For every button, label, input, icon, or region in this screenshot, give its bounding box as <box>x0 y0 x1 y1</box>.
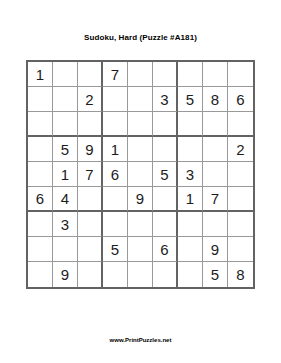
cell-r8c3[interactable] <box>78 237 103 262</box>
cell-r8c4[interactable]: 5 <box>103 237 128 262</box>
cell-r1c9[interactable] <box>228 62 253 87</box>
cell-r2c6[interactable]: 3 <box>153 87 178 112</box>
cell-r2c1[interactable] <box>28 87 53 112</box>
cell-r6c3[interactable] <box>78 187 103 212</box>
cell-r7c6[interactable] <box>153 212 178 237</box>
cell-r9c7[interactable] <box>178 262 203 287</box>
cell-r5c7[interactable]: 3 <box>178 162 203 187</box>
cell-r6c9[interactable] <box>228 187 253 212</box>
cell-r4c1[interactable] <box>28 137 53 162</box>
cell-r7c2[interactable]: 3 <box>53 212 78 237</box>
cell-r2c5[interactable] <box>128 87 153 112</box>
cell-r4c6[interactable] <box>153 137 178 162</box>
cell-r9c8[interactable]: 5 <box>203 262 228 287</box>
cell-r1c8[interactable] <box>203 62 228 87</box>
cell-r3c9[interactable] <box>228 112 253 137</box>
cell-r3c7[interactable] <box>178 112 203 137</box>
cell-r5c4[interactable]: 6 <box>103 162 128 187</box>
cell-r7c9[interactable] <box>228 212 253 237</box>
cell-r6c1[interactable]: 6 <box>28 187 53 212</box>
cell-r4c9[interactable]: 2 <box>228 137 253 162</box>
cell-r5c8[interactable] <box>203 162 228 187</box>
cell-r9c2[interactable]: 9 <box>53 262 78 287</box>
cell-r8c2[interactable] <box>53 237 78 262</box>
cell-r9c3[interactable] <box>78 262 103 287</box>
cell-r9c1[interactable] <box>28 262 53 287</box>
cell-r2c2[interactable] <box>53 87 78 112</box>
cell-r5c9[interactable] <box>228 162 253 187</box>
cell-r6c8[interactable]: 7 <box>203 187 228 212</box>
cell-r9c9[interactable]: 8 <box>228 262 253 287</box>
cell-r1c5[interactable] <box>128 62 153 87</box>
cell-r3c6[interactable] <box>153 112 178 137</box>
cell-r9c5[interactable] <box>128 262 153 287</box>
cell-r9c6[interactable] <box>153 262 178 287</box>
cell-r4c2[interactable]: 5 <box>53 137 78 162</box>
cell-r1c1[interactable]: 1 <box>28 62 53 87</box>
cell-r2c7[interactable]: 5 <box>178 87 203 112</box>
cell-r8c5[interactable] <box>128 237 153 262</box>
cell-r1c2[interactable] <box>53 62 78 87</box>
cell-r7c4[interactable] <box>103 212 128 237</box>
cell-r8c7[interactable] <box>178 237 203 262</box>
cell-r5c2[interactable]: 1 <box>53 162 78 187</box>
cell-r7c7[interactable] <box>178 212 203 237</box>
cell-r4c5[interactable] <box>128 137 153 162</box>
footer-url: www.PrintPuzzles.net <box>0 337 281 343</box>
cell-r5c5[interactable] <box>128 162 153 187</box>
sudoku-board: 1723586591217653649173569958 <box>26 60 255 289</box>
cell-r8c6[interactable]: 6 <box>153 237 178 262</box>
cell-r3c4[interactable] <box>103 112 128 137</box>
cell-r3c8[interactable] <box>203 112 228 137</box>
cell-r1c6[interactable] <box>153 62 178 87</box>
cell-r7c1[interactable] <box>28 212 53 237</box>
cell-r4c8[interactable] <box>203 137 228 162</box>
puzzle-title: Sudoku, Hard (Puzzle #A181) <box>0 33 281 42</box>
sudoku-page: Sudoku, Hard (Puzzle #A181) 172358659121… <box>0 0 281 363</box>
cell-r7c5[interactable] <box>128 212 153 237</box>
cell-r9c4[interactable] <box>103 262 128 287</box>
cell-r6c2[interactable]: 4 <box>53 187 78 212</box>
cell-r4c7[interactable] <box>178 137 203 162</box>
cell-r8c9[interactable] <box>228 237 253 262</box>
cell-r5c1[interactable] <box>28 162 53 187</box>
cell-r1c3[interactable] <box>78 62 103 87</box>
cell-r3c3[interactable] <box>78 112 103 137</box>
cell-r4c4[interactable]: 1 <box>103 137 128 162</box>
cell-r2c8[interactable]: 8 <box>203 87 228 112</box>
cell-r2c9[interactable]: 6 <box>228 87 253 112</box>
cell-r3c1[interactable] <box>28 112 53 137</box>
cell-r1c7[interactable] <box>178 62 203 87</box>
cell-r1c4[interactable]: 7 <box>103 62 128 87</box>
cell-r5c3[interactable]: 7 <box>78 162 103 187</box>
cell-r4c3[interactable]: 9 <box>78 137 103 162</box>
cell-r5c6[interactable]: 5 <box>153 162 178 187</box>
cell-r6c4[interactable] <box>103 187 128 212</box>
cell-r8c8[interactable]: 9 <box>203 237 228 262</box>
cell-r6c7[interactable]: 1 <box>178 187 203 212</box>
cell-r8c1[interactable] <box>28 237 53 262</box>
cell-r6c5[interactable]: 9 <box>128 187 153 212</box>
cell-r2c4[interactable] <box>103 87 128 112</box>
cell-r6c6[interactable] <box>153 187 178 212</box>
cell-r3c2[interactable] <box>53 112 78 137</box>
cell-r7c8[interactable] <box>203 212 228 237</box>
cell-r2c3[interactable]: 2 <box>78 87 103 112</box>
cell-r7c3[interactable] <box>78 212 103 237</box>
cell-r3c5[interactable] <box>128 112 153 137</box>
